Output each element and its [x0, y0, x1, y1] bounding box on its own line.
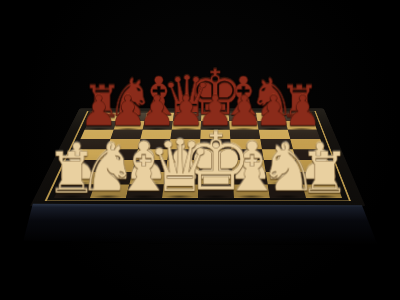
photo-background: ♜♞♝♛♚♝♞♜♟♟♟♟♟♟♟♟♟♟♟♟♟♟♟♟♜♞♝♛♚♝♞♜	[0, 0, 400, 300]
piece-white-queen[interactable]: ♛	[147, 133, 212, 200]
piece-white-knight[interactable]: ♞	[259, 139, 318, 200]
square-d1[interactable]: ♛	[162, 184, 199, 198]
square-g1[interactable]: ♞	[268, 184, 306, 198]
board-front-edge	[16, 200, 388, 252]
board-grid: ♜♞♝♛♚♝♞♜♟♟♟♟♟♟♟♟♟♟♟♟♟♟♟♟♜♞♝♛♚♝♞♜	[54, 113, 342, 198]
chess-board: ♜♞♝♛♚♝♞♜♟♟♟♟♟♟♟♟♟♟♟♟♟♟♟♟♜♞♝♛♚♝♞♜	[54, 113, 342, 198]
square-b1[interactable]: ♞	[90, 184, 129, 198]
piece-black-pawn[interactable]: ♟	[284, 92, 322, 131]
piece-white-knight[interactable]: ♞	[78, 139, 137, 200]
